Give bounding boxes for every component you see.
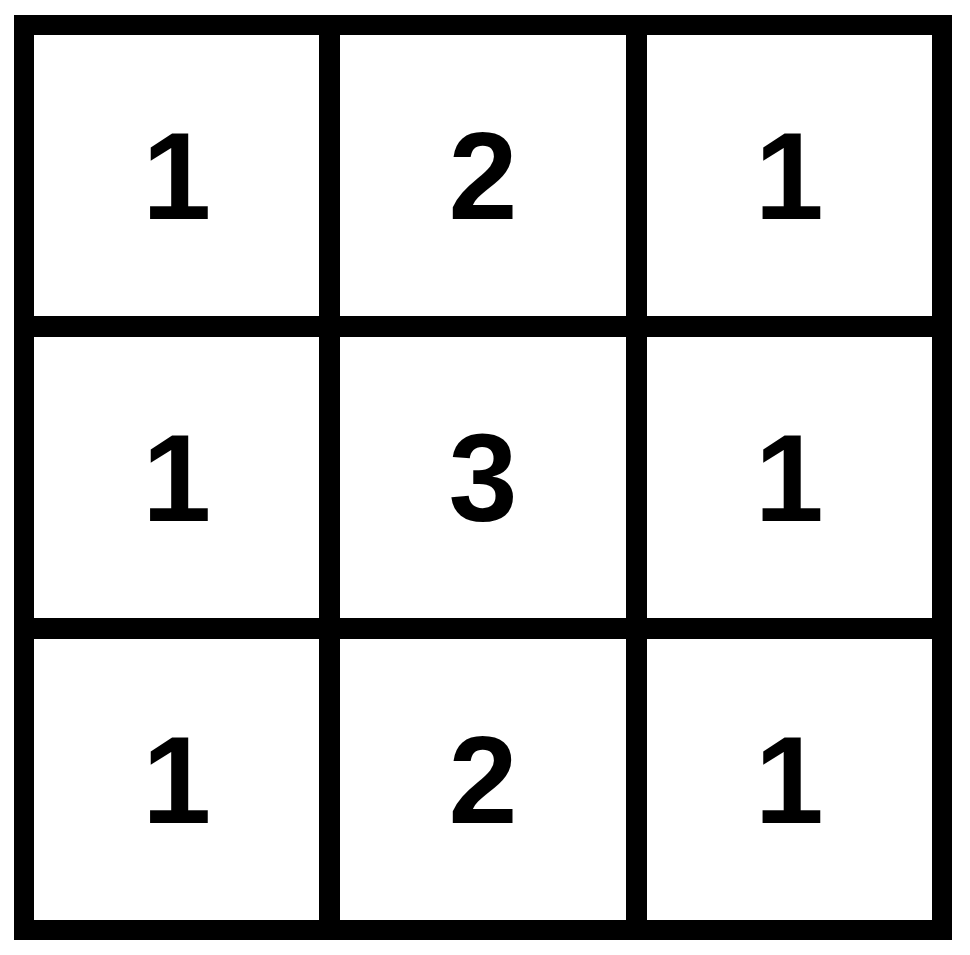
cell-r3c3[interactable]: 1 — [647, 639, 932, 920]
cell-r2c2[interactable]: 3 — [340, 337, 625, 618]
cell-r1c2[interactable]: 2 — [340, 35, 625, 316]
cell-r1c1[interactable]: 1 — [34, 35, 319, 316]
page: 1 2 1 1 3 1 1 2 1 — [0, 0, 970, 955]
cell-r1c3[interactable]: 1 — [647, 35, 932, 316]
cell-r2c1[interactable]: 1 — [34, 337, 319, 618]
puzzle-board: 1 2 1 1 3 1 1 2 1 — [14, 15, 952, 940]
cell-r3c1[interactable]: 1 — [34, 639, 319, 920]
cell-r2c3[interactable]: 1 — [647, 337, 932, 618]
cell-r3c2[interactable]: 2 — [340, 639, 625, 920]
